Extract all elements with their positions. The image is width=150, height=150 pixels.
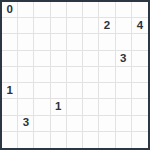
cell-r6c3[interactable]: 1 [51,99,67,115]
cell-r7c6[interactable] [99,116,115,132]
cell-r1c8[interactable]: 4 [132,18,148,34]
cell-r1c6[interactable]: 2 [99,18,115,34]
cell-r8c1[interactable] [18,132,34,148]
cell-r6c4[interactable] [67,99,83,115]
cell-r5c7[interactable] [116,83,132,99]
cell-r3c7[interactable]: 3 [116,51,132,67]
cell-r4c4[interactable] [67,67,83,83]
cell-r5c1[interactable] [18,83,34,99]
cell-r4c6[interactable] [99,67,115,83]
cell-r1c7[interactable] [116,18,132,34]
cell-r8c3[interactable] [51,132,67,148]
cell-r8c8[interactable] [132,132,148,148]
puzzle-board: 0243113 [0,0,150,150]
cell-r0c8[interactable] [132,2,148,18]
cell-r2c3[interactable] [51,34,67,50]
cell-r0c3[interactable] [51,2,67,18]
cell-r5c0[interactable]: 1 [2,83,18,99]
cell-r5c2[interactable] [34,83,50,99]
cell-r4c2[interactable] [34,67,50,83]
cell-r7c7[interactable] [116,116,132,132]
cell-r1c4[interactable] [67,18,83,34]
cell-r7c1[interactable]: 3 [18,116,34,132]
cell-r4c5[interactable] [83,67,99,83]
cell-r5c8[interactable] [132,83,148,99]
cell-r3c0[interactable] [2,51,18,67]
cell-r6c5[interactable] [83,99,99,115]
cell-r8c5[interactable] [83,132,99,148]
cell-r7c2[interactable] [34,116,50,132]
cell-r6c0[interactable] [2,99,18,115]
cell-r6c7[interactable] [116,99,132,115]
cell-r2c8[interactable] [132,34,148,50]
cell-r8c4[interactable] [67,132,83,148]
cell-r2c2[interactable] [34,34,50,50]
cell-r0c2[interactable] [34,2,50,18]
cell-r8c6[interactable] [99,132,115,148]
cell-r1c1[interactable] [18,18,34,34]
cell-r5c3[interactable] [51,83,67,99]
cell-r7c3[interactable] [51,116,67,132]
cell-r6c1[interactable] [18,99,34,115]
cell-r0c5[interactable] [83,2,99,18]
cell-r2c5[interactable] [83,34,99,50]
cell-r6c8[interactable] [132,99,148,115]
cell-r4c7[interactable] [116,67,132,83]
cell-r4c8[interactable] [132,67,148,83]
cell-r1c3[interactable] [51,18,67,34]
cell-r6c2[interactable] [34,99,50,115]
cell-r8c2[interactable] [34,132,50,148]
cell-r0c0[interactable]: 0 [2,2,18,18]
cell-r7c5[interactable] [83,116,99,132]
cell-r4c0[interactable] [2,67,18,83]
cell-r5c6[interactable] [99,83,115,99]
cell-r2c6[interactable] [99,34,115,50]
cell-r3c4[interactable] [67,51,83,67]
cell-r3c5[interactable] [83,51,99,67]
cell-r4c1[interactable] [18,67,34,83]
cell-r5c4[interactable] [67,83,83,99]
cell-r3c3[interactable] [51,51,67,67]
cell-r1c0[interactable] [2,18,18,34]
cell-r2c4[interactable] [67,34,83,50]
cell-r0c7[interactable] [116,2,132,18]
cell-r5c5[interactable] [83,83,99,99]
cell-r7c4[interactable] [67,116,83,132]
cell-r3c6[interactable] [99,51,115,67]
cell-r3c2[interactable] [34,51,50,67]
cell-r7c8[interactable] [132,116,148,132]
cell-r2c1[interactable] [18,34,34,50]
cell-r4c3[interactable] [51,67,67,83]
cell-r3c1[interactable] [18,51,34,67]
cell-r2c0[interactable] [2,34,18,50]
cell-r1c2[interactable] [34,18,50,34]
cell-r0c4[interactable] [67,2,83,18]
cell-r6c6[interactable] [99,99,115,115]
cell-r8c0[interactable] [2,132,18,148]
cell-r8c7[interactable] [116,132,132,148]
cell-r7c0[interactable] [2,116,18,132]
cell-r0c1[interactable] [18,2,34,18]
cell-r0c6[interactable] [99,2,115,18]
cell-r2c7[interactable] [116,34,132,50]
cell-r1c5[interactable] [83,18,99,34]
cell-r3c8[interactable] [132,51,148,67]
